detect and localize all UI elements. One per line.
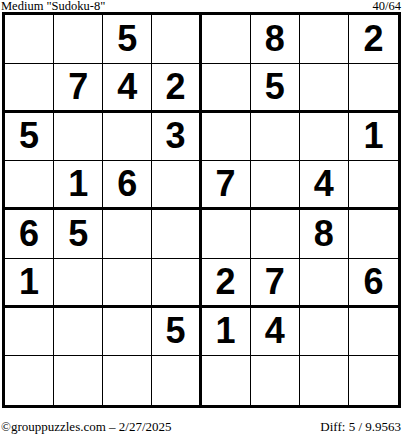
header: Medium "Sudoku-8" 40/64	[0, 0, 403, 12]
cell-r7c2-empty[interactable]	[54, 308, 103, 357]
cell-r1c7-empty[interactable]	[300, 15, 349, 64]
cell-r3c1-given: 5	[5, 113, 54, 162]
cell-r8c3-empty[interactable]	[103, 356, 152, 405]
cell-r8c7-empty[interactable]	[300, 356, 349, 405]
copyright-date: ©grouppuzzles.com – 2/27/2025	[1, 419, 172, 434]
cell-r1c6-given: 8	[251, 15, 300, 64]
cell-r6c6-given: 7	[251, 259, 300, 308]
cell-r6c4-empty[interactable]	[152, 259, 201, 308]
cell-r7c6-given: 4	[251, 308, 300, 357]
cell-r5c8-empty[interactable]	[349, 210, 398, 259]
footer: ©grouppuzzles.com – 2/27/2025 Diff: 5 / …	[0, 408, 403, 434]
cell-r1c4-empty[interactable]	[152, 15, 201, 64]
cell-r2c2-given: 7	[54, 64, 103, 113]
cell-r1c2-empty[interactable]	[54, 15, 103, 64]
cell-r2c7-empty[interactable]	[300, 64, 349, 113]
cell-r3c3-empty[interactable]	[103, 113, 152, 162]
puzzle-page: Medium "Sudoku-8" 40/64 5827425531167465…	[0, 0, 403, 437]
cell-r3c6-empty[interactable]	[251, 113, 300, 162]
cell-r4c8-empty[interactable]	[349, 161, 398, 210]
cell-r6c1-given: 1	[5, 259, 54, 308]
cell-r8c4-empty[interactable]	[152, 356, 201, 405]
cell-r2c8-empty[interactable]	[349, 64, 398, 113]
cell-r6c3-empty[interactable]	[103, 259, 152, 308]
sudoku-board: 582742553116746581276514	[2, 12, 401, 408]
cell-r1c3-given: 5	[103, 15, 152, 64]
cell-r1c1-empty[interactable]	[5, 15, 54, 64]
cell-r5c6-empty[interactable]	[251, 210, 300, 259]
cell-r2c5-empty[interactable]	[202, 64, 251, 113]
difficulty-rating: Diff: 5 / 9.9563	[320, 419, 401, 434]
cell-r8c2-empty[interactable]	[54, 356, 103, 405]
cell-r2c4-given: 2	[152, 64, 201, 113]
cell-r5c2-given: 5	[54, 210, 103, 259]
cell-r3c5-empty[interactable]	[202, 113, 251, 162]
cell-r2c1-empty[interactable]	[5, 64, 54, 113]
cell-r4c3-given: 6	[103, 161, 152, 210]
cell-r8c6-empty[interactable]	[251, 356, 300, 405]
cell-r7c3-empty[interactable]	[103, 308, 152, 357]
cell-r6c5-given: 2	[202, 259, 251, 308]
cell-r5c3-empty[interactable]	[103, 210, 152, 259]
cell-r5c7-given: 8	[300, 210, 349, 259]
cell-r6c8-given: 6	[349, 259, 398, 308]
cell-r7c4-given: 5	[152, 308, 201, 357]
cell-r5c5-empty[interactable]	[202, 210, 251, 259]
cell-r4c6-empty[interactable]	[251, 161, 300, 210]
cell-r6c7-empty[interactable]	[300, 259, 349, 308]
empty-cell-counter: 40/64	[373, 0, 401, 12]
cell-r7c1-empty[interactable]	[5, 308, 54, 357]
cell-r7c7-empty[interactable]	[300, 308, 349, 357]
cell-r8c8-empty[interactable]	[349, 356, 398, 405]
cell-r3c7-empty[interactable]	[300, 113, 349, 162]
cell-r4c7-given: 4	[300, 161, 349, 210]
cell-r6c2-empty[interactable]	[54, 259, 103, 308]
cell-r7c8-empty[interactable]	[349, 308, 398, 357]
cell-r3c2-empty[interactable]	[54, 113, 103, 162]
cell-r8c1-empty[interactable]	[5, 356, 54, 405]
cell-r1c5-empty[interactable]	[202, 15, 251, 64]
cell-r4c1-empty[interactable]	[5, 161, 54, 210]
cell-r4c4-empty[interactable]	[152, 161, 201, 210]
cell-r5c1-given: 6	[5, 210, 54, 259]
cell-r4c5-given: 7	[202, 161, 251, 210]
cell-r8c5-empty[interactable]	[202, 356, 251, 405]
cell-r7c5-given: 1	[202, 308, 251, 357]
cell-r2c3-given: 4	[103, 64, 152, 113]
cell-r2c6-given: 5	[251, 64, 300, 113]
page-title: Medium "Sudoku-8"	[1, 0, 105, 12]
cell-r5c4-empty[interactable]	[152, 210, 201, 259]
cell-r4c2-given: 1	[54, 161, 103, 210]
cell-r1c8-given: 2	[349, 15, 398, 64]
cell-r3c8-given: 1	[349, 113, 398, 162]
cell-r3c4-given: 3	[152, 113, 201, 162]
